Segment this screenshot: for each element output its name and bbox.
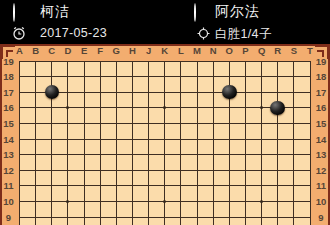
row-label-left-18: 18: [0, 71, 17, 82]
game-date: 2017-05-23: [40, 26, 107, 40]
col-label-E: E: [76, 45, 92, 56]
row-label-right-13: 13: [313, 149, 329, 160]
row-label-right-15: 15: [313, 118, 329, 129]
grid-hline: [20, 123, 311, 124]
col-label-J: J: [141, 45, 157, 56]
col-label-L: L: [173, 45, 189, 56]
row-label-right-16: 16: [313, 102, 329, 113]
go-board[interactable]: ABCDEFGHJKLMNOPQRST191918181717161615151…: [0, 44, 330, 225]
grid-hline: [20, 154, 311, 155]
row-label-left-10: 10: [0, 196, 17, 207]
col-label-G: G: [108, 45, 124, 56]
row-label-right-11: 11: [313, 180, 329, 191]
col-label-P: P: [237, 45, 253, 56]
col-label-O: O: [221, 45, 237, 56]
col-label-F: F: [92, 45, 108, 56]
white-player-name: 阿尔法: [215, 3, 260, 21]
row-label-left-19: 19: [0, 56, 17, 67]
row-label-right-12: 12: [313, 165, 329, 176]
col-label-B: B: [28, 45, 44, 56]
col-label-A: A: [12, 45, 28, 56]
go-game-screen: 柯洁 阿尔法 2017-05-23 白胜1/4子 ABCDEFGHJKLMNOP…: [0, 0, 330, 225]
star-point-Q10: [260, 200, 263, 203]
grid-hline: [20, 185, 311, 186]
grid-hline: [20, 170, 311, 171]
grid-hline: [20, 217, 311, 218]
stone-black-O17: [222, 85, 237, 100]
col-label-S: S: [286, 45, 302, 56]
col-label-D: D: [60, 45, 76, 56]
row-label-left-15: 15: [0, 118, 17, 129]
col-label-H: H: [125, 45, 141, 56]
row-label-right-14: 14: [313, 134, 329, 145]
grid-hline: [20, 139, 311, 140]
row-label-left-14: 14: [0, 134, 17, 145]
row-label-left-9: 9: [0, 212, 17, 223]
black-stone-icon: [13, 4, 15, 22]
col-label-C: C: [44, 45, 60, 56]
row-label-right-10: 10: [313, 196, 329, 207]
col-label-M: M: [189, 45, 205, 56]
grid-hline: [20, 76, 311, 77]
row-label-right-17: 17: [313, 87, 329, 98]
grid-hline: [20, 61, 311, 62]
row-label-right-19: 19: [313, 56, 329, 67]
game-result: 白胜1/4子: [215, 26, 272, 43]
col-label-R: R: [270, 45, 286, 56]
white-stone-icon: [194, 4, 196, 22]
row-label-right-18: 18: [313, 71, 329, 82]
row-label-left-16: 16: [0, 102, 17, 113]
result-target-icon: [197, 27, 210, 40]
col-label-Q: Q: [254, 45, 270, 56]
row-label-left-12: 12: [0, 165, 17, 176]
col-label-N: N: [205, 45, 221, 56]
match-header: 柯洁 阿尔法 2017-05-23 白胜1/4子: [0, 0, 330, 44]
row-label-right-9: 9: [313, 212, 329, 223]
col-label-K: K: [157, 45, 173, 56]
row-label-left-13: 13: [0, 149, 17, 160]
row-label-left-11: 11: [0, 180, 17, 191]
black-player-name: 柯洁: [40, 3, 70, 21]
row-label-left-17: 17: [0, 87, 17, 98]
stone-black-R16: [270, 101, 285, 116]
col-label-T: T: [302, 45, 318, 56]
grid-hline: [20, 92, 311, 93]
clock-icon: [12, 26, 26, 40]
